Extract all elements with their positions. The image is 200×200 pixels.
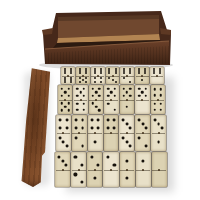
pip-icon (57, 155, 60, 158)
pip-icon (112, 79, 114, 81)
pip-icon (98, 88, 101, 91)
domino-tile[interactable] (135, 85, 149, 114)
pip-icon (153, 102, 156, 105)
pip-icon (114, 88, 117, 91)
domino-tile[interactable] (91, 67, 105, 84)
pip-icon (97, 127, 100, 130)
pip-icon (64, 163, 67, 166)
tile-half-top (119, 115, 134, 133)
spinner-pin-icon (126, 132, 128, 134)
pip-icon (90, 155, 93, 158)
pip-icon (144, 72, 146, 74)
pip-icon (91, 88, 94, 91)
pip-icon (110, 91, 113, 94)
domino-row (56, 115, 166, 151)
spinner-pin-icon (142, 132, 144, 134)
tile-half-top (72, 115, 87, 133)
pip-icon (141, 79, 143, 81)
box-rim-flange-left-icon (42, 28, 53, 35)
pip-icon (85, 77, 87, 79)
pip-icon (123, 72, 125, 74)
spinner-pin-icon (62, 169, 64, 171)
domino-tile[interactable] (106, 67, 120, 84)
pip-icon (62, 141, 65, 144)
pip-icon (159, 72, 161, 74)
pip-icon (61, 88, 64, 91)
pip-icon (90, 119, 93, 122)
tile-half-top (136, 152, 151, 170)
pip-icon (90, 127, 93, 130)
pip-icon (76, 109, 79, 112)
pip-icon (79, 72, 81, 74)
pip-icon (95, 91, 98, 94)
domino-tile[interactable] (120, 152, 135, 187)
tile-half-bot (150, 76, 164, 85)
domino-tile[interactable] (71, 152, 86, 187)
domino-row (61, 67, 164, 84)
pip-icon (141, 91, 144, 94)
tile-half-top (71, 152, 86, 170)
pip-icon (160, 102, 163, 105)
pip-icon (81, 145, 84, 148)
pip-icon (153, 72, 155, 74)
tile-half-bot (71, 170, 86, 188)
spinner-pin-icon (78, 169, 80, 171)
pip-icon (126, 159, 129, 162)
domino-row (58, 85, 165, 114)
domino-tile[interactable] (119, 115, 134, 151)
spinner-pin-icon (95, 99, 97, 101)
pip-icon (59, 119, 62, 122)
pip-icon (145, 145, 148, 148)
domino-tile[interactable] (104, 115, 119, 151)
tile-half-bot (58, 100, 72, 115)
tile-half-bot (135, 76, 149, 85)
spinner-pin-icon (67, 75, 69, 77)
pip-icon (129, 72, 131, 74)
domino-tile[interactable] (135, 67, 149, 84)
pip-icon (97, 119, 100, 122)
tile-half-bot (104, 133, 119, 151)
domino-row (55, 152, 167, 187)
pip-icon (79, 81, 81, 83)
tile-half-bot (88, 133, 103, 151)
pip-icon (100, 81, 102, 83)
tile-half-top (104, 85, 118, 100)
pip-icon (64, 81, 66, 83)
domino-tile[interactable] (58, 85, 72, 114)
domino-tile[interactable] (56, 115, 71, 151)
tile-half-bot (61, 76, 75, 85)
pip-icon (107, 88, 110, 91)
domino-tile[interactable] (136, 152, 151, 187)
pip-icon (161, 127, 164, 130)
tile-half-bot (151, 100, 165, 115)
pip-icon (160, 94, 163, 97)
pip-icon (138, 137, 141, 140)
pip-icon (83, 94, 86, 97)
pip-icon (108, 72, 110, 74)
pip-icon (106, 119, 109, 122)
tile-half-bot (135, 133, 150, 151)
spinner-pin-icon (112, 75, 114, 77)
domino-tile[interactable] (120, 67, 134, 84)
spinner-pin-icon (110, 169, 112, 171)
tile-half-top (73, 85, 87, 100)
domino-tile[interactable] (88, 115, 103, 151)
pip-icon (67, 94, 70, 97)
spinner-pin-icon (80, 99, 82, 101)
pip-icon (144, 88, 147, 91)
tile-half-bot (135, 100, 149, 115)
pip-icon (83, 102, 86, 105)
pip-icon (160, 88, 163, 91)
pip-icon (59, 136, 62, 139)
pip-icon (67, 102, 70, 105)
pip-icon (81, 127, 84, 130)
tile-half-top (89, 85, 103, 100)
pip-icon (85, 72, 87, 74)
pip-icon (125, 123, 128, 126)
pip-icon (100, 77, 102, 79)
pip-icon (113, 127, 116, 130)
domino-tile[interactable] (104, 85, 118, 114)
tile-half-bot (56, 133, 71, 151)
tile-half-bot (89, 100, 103, 115)
tile-half-bot (87, 170, 102, 188)
pip-icon (98, 94, 101, 97)
tile-half-bot (136, 170, 151, 188)
box-rim-flange-right-icon (160, 28, 171, 35)
pip-icon (126, 91, 129, 94)
pip-icon (65, 145, 68, 148)
tile-half-top (55, 152, 70, 170)
pip-icon (75, 127, 78, 130)
pip-icon (129, 88, 132, 91)
pip-icon (61, 159, 64, 162)
pip-icon (157, 123, 160, 126)
spinner-pin-icon (156, 75, 158, 77)
tile-half-top (151, 115, 166, 133)
domino-tile[interactable] (73, 85, 87, 114)
pip-icon (79, 77, 81, 79)
pip-icon (106, 155, 109, 158)
pip-icon (83, 109, 86, 112)
tile-half-bot (119, 133, 134, 151)
domino-tile[interactable] (151, 115, 166, 151)
tile-half-top (104, 115, 119, 133)
pip-icon (80, 181, 83, 184)
pip-icon (75, 137, 78, 140)
pip-icon (80, 163, 83, 166)
pip-icon (122, 136, 125, 139)
pip-icon (138, 118, 141, 121)
pip-icon (122, 94, 125, 97)
pip-icon (91, 102, 94, 105)
pip-icon (144, 94, 147, 97)
domino-tile[interactable] (135, 115, 150, 151)
pip-icon (125, 141, 128, 144)
pip-icon (61, 102, 64, 105)
pip-icon (154, 118, 157, 121)
pip-icon (153, 88, 156, 91)
tile-half-bot (103, 170, 118, 188)
pip-icon (107, 94, 110, 97)
pip-icon (74, 155, 77, 158)
pip-icon (67, 109, 70, 112)
tile-half-bot (73, 100, 87, 115)
pip-icon (138, 94, 141, 97)
tile-half-top (135, 85, 149, 100)
pip-icon (85, 81, 87, 83)
tile-half-bot (76, 76, 90, 85)
pip-icon (122, 118, 125, 121)
pip-icon (122, 88, 125, 91)
pip-icon (113, 119, 116, 122)
pip-icon (94, 77, 96, 79)
spinner-pin-icon (158, 132, 160, 134)
pip-icon (160, 109, 163, 112)
pip-icon (123, 77, 125, 79)
pip-icon (113, 109, 116, 112)
domino-tile[interactable] (150, 67, 164, 84)
pip-icon (76, 102, 79, 105)
pip-icon (70, 72, 72, 74)
spinner-pin-icon (141, 75, 143, 77)
spinner-pin-icon (110, 132, 112, 134)
tile-half-bot (55, 170, 70, 188)
pip-icon (67, 88, 70, 91)
pip-icon (153, 109, 156, 112)
pip-icon (75, 119, 78, 122)
pip-icon (94, 141, 97, 144)
pip-icon (145, 127, 148, 130)
pip-icon (59, 127, 62, 130)
pip-icon (81, 119, 84, 122)
pip-icon (74, 173, 77, 176)
pip-icon (129, 81, 131, 83)
tile-half-bot (106, 76, 120, 85)
pip-icon (76, 88, 79, 91)
tile-half-bot (91, 76, 105, 85)
pip-icon (113, 163, 116, 166)
tile-half-bot (120, 100, 134, 115)
pip-icon (108, 77, 110, 79)
tile-half-top (87, 152, 102, 170)
spinner-pin-icon (64, 99, 66, 101)
domino-tile[interactable] (89, 85, 103, 114)
pip-icon (98, 109, 101, 112)
pip-icon (79, 91, 82, 94)
pip-icon (82, 79, 84, 81)
spinner-pin-icon (97, 75, 99, 77)
pip-icon (115, 81, 117, 83)
pip-icon (65, 127, 68, 130)
photo-scene (0, 0, 200, 200)
pip-icon (129, 94, 132, 97)
pip-icon (91, 94, 94, 97)
tile-half-bot (72, 133, 87, 151)
pip-icon (94, 72, 96, 74)
tile-half-top (103, 152, 118, 170)
pip-icon (114, 94, 117, 97)
domino-tile[interactable] (61, 67, 75, 84)
spinner-pin-icon (142, 169, 144, 171)
spinner-pin-icon (157, 99, 159, 101)
tile-half-top (56, 115, 71, 133)
pip-icon (61, 94, 64, 97)
pip-icon (64, 72, 66, 74)
pip-icon (61, 109, 64, 112)
tile-half-top (120, 152, 135, 170)
pip-icon (65, 119, 68, 122)
pip-icon (64, 91, 67, 94)
tile-half-bot (151, 133, 166, 151)
pip-icon (157, 141, 160, 144)
tile-half-top (58, 85, 72, 100)
domino-tile[interactable] (120, 85, 134, 114)
domino-tile[interactable] (152, 152, 167, 187)
pip-icon (142, 159, 145, 162)
domino-tile[interactable] (151, 85, 165, 114)
domino-tile[interactable] (55, 152, 70, 187)
pip-icon (83, 88, 86, 91)
pip-icon (93, 177, 96, 180)
spinner-pin-icon (126, 99, 128, 101)
tile-half-top (135, 115, 150, 133)
tile-half-top (152, 152, 167, 170)
pip-icon (129, 127, 132, 130)
pip-icon (115, 72, 117, 74)
pip-icon (141, 123, 144, 126)
pip-icon (153, 94, 156, 97)
pip-icon (100, 72, 102, 74)
tile-half-bot (120, 76, 134, 85)
tile-half-bot (104, 100, 118, 115)
tile-half-bot (120, 170, 135, 188)
pip-icon (64, 106, 67, 109)
tile-half-bot (152, 170, 167, 188)
pip-icon (138, 88, 141, 91)
spinner-pin-icon (82, 75, 84, 77)
tile-half-top (151, 85, 165, 100)
pip-icon (70, 81, 72, 83)
pip-icon (126, 106, 129, 109)
spinner-pin-icon (94, 169, 96, 171)
pip-icon (106, 127, 109, 130)
domino-tile[interactable] (76, 67, 90, 84)
pip-icon (129, 145, 132, 148)
pip-icon (76, 94, 79, 97)
pip-icon (94, 81, 96, 83)
pip-icon (95, 106, 98, 109)
tile-half-top (120, 85, 134, 100)
spinner-pin-icon (126, 169, 128, 171)
tile-half-top (88, 115, 103, 133)
pip-icon (107, 102, 110, 105)
pip-icon (126, 177, 129, 180)
domino-tile[interactable] (87, 152, 102, 187)
domino-tile[interactable] (103, 152, 118, 187)
pip-icon (97, 163, 100, 166)
domino-tile[interactable] (72, 115, 87, 151)
pip-icon (138, 72, 140, 74)
